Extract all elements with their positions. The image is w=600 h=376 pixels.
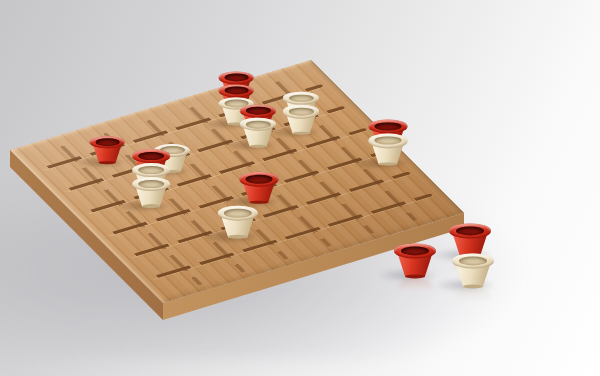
- cup-foot: [99, 161, 116, 164]
- cup-hollow: [375, 122, 402, 130]
- cup-hollow: [289, 108, 314, 116]
- board-stack-WW-4[interactable]: [283, 92, 319, 134]
- cup-hollow: [224, 74, 248, 82]
- cup-foot: [142, 204, 160, 208]
- ivory-cup: [240, 118, 276, 147]
- ivory-cup: [452, 253, 494, 287]
- cup-foot: [405, 274, 425, 278]
- piece-reflection: [455, 288, 491, 307]
- red-cup: [239, 172, 278, 203]
- cup-hollow: [95, 138, 119, 146]
- board-stack-W-8[interactable]: [218, 206, 258, 238]
- scene: [0, 0, 600, 376]
- red-cup: [449, 223, 491, 257]
- offboard-stack-W-2[interactable]: [452, 253, 494, 287]
- ivory-cup: [368, 134, 407, 165]
- cup-hollow: [224, 87, 248, 95]
- cup-foot: [463, 284, 483, 288]
- cup-hollow: [224, 209, 251, 218]
- ivory-cup: [218, 206, 258, 238]
- cup-foot: [378, 162, 397, 166]
- offboard-stack-R-0[interactable]: [394, 243, 436, 277]
- cup-hollow: [246, 120, 271, 128]
- board-stack-R-6[interactable]: [239, 172, 278, 203]
- offboard-stack-R-1[interactable]: [449, 223, 491, 257]
- board-stack-RW-7[interactable]: [368, 119, 407, 165]
- cup-hollow: [138, 152, 164, 160]
- cup-hollow: [375, 136, 402, 144]
- board-stack-R-0[interactable]: [90, 136, 125, 164]
- ivory-cup: [283, 105, 319, 134]
- cup-hollow: [138, 166, 164, 174]
- ivory-cup: [132, 177, 170, 207]
- pieces-layer: [0, 0, 600, 376]
- cup-foot: [249, 144, 266, 147]
- red-cup: [394, 243, 436, 277]
- cup-hollow: [246, 175, 273, 183]
- board-stack-RW-3[interactable]: [240, 104, 276, 146]
- cup-foot: [292, 131, 309, 134]
- piece-reflection: [397, 278, 433, 297]
- board-stack-RWW-5[interactable]: [132, 149, 170, 207]
- cup-hollow: [138, 180, 164, 188]
- red-cup: [90, 136, 125, 164]
